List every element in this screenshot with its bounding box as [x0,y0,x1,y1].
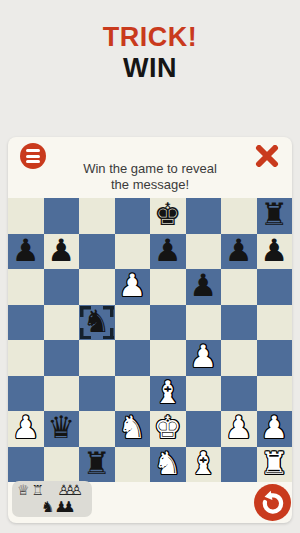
square-e6[interactable] [150,269,186,305]
square-f3[interactable] [186,376,222,412]
banner-subtitle: WIN [0,53,300,83]
square-c6[interactable] [79,269,115,305]
piece-black-pawn[interactable]: ♟ [12,235,40,266]
close-icon [255,145,279,167]
piece-white-rook[interactable]: ♜ [260,448,288,479]
square-g6[interactable] [221,269,257,305]
square-d8[interactable] [115,198,151,234]
square-e4[interactable] [150,340,186,376]
undo-icon [254,484,291,521]
square-g4[interactable] [221,340,257,376]
piece-white-pawn[interactable]: ♟ [189,341,217,372]
square-c3[interactable] [79,376,115,412]
captured-black-pawns-icon: ♟♟ [54,500,75,515]
square-c4[interactable] [79,340,115,376]
square-c1[interactable]: ♜ [79,447,115,483]
piece-white-knight[interactable]: ♞ [118,412,146,443]
square-e8[interactable]: ♚ [150,198,186,234]
captured-white-rook-icon: ♖ [32,483,45,498]
square-b5[interactable] [44,305,80,341]
undo-button[interactable] [254,484,291,521]
square-d3[interactable] [115,376,151,412]
square-f4[interactable]: ♟ [186,340,222,376]
square-a5[interactable] [8,305,44,341]
square-g8[interactable] [221,198,257,234]
square-g5[interactable] [221,305,257,341]
piece-white-pawn[interactable]: ♟ [260,412,288,443]
piece-black-pawn[interactable]: ♟ [225,235,253,266]
captured-white-pawns-icon: ♙♙♙ [57,483,83,498]
piece-white-king[interactable]: ♚ [154,412,182,443]
banner: TRICK! WIN [0,22,300,83]
piece-white-bishop[interactable]: ♝ [189,448,217,479]
square-a2[interactable]: ♟ [8,411,44,447]
square-a1[interactable] [8,447,44,483]
square-h4[interactable] [257,340,293,376]
puzzle-card: Win the game to reveal the message! ♚♜♟♟… [8,137,292,523]
square-e3[interactable]: ♝ [150,376,186,412]
square-d6[interactable]: ♟ [115,269,151,305]
square-d1[interactable] [115,447,151,483]
piece-white-pawn[interactable]: ♟ [12,412,40,443]
captured-black-row: ♞♟♟ [12,498,92,515]
square-g2[interactable]: ♟ [221,411,257,447]
piece-black-pawn[interactable]: ♟ [189,270,217,301]
square-h5[interactable] [257,305,293,341]
square-a4[interactable] [8,340,44,376]
square-e5[interactable] [150,305,186,341]
square-g3[interactable] [221,376,257,412]
square-h3[interactable] [257,376,293,412]
square-f2[interactable] [186,411,222,447]
piece-black-king[interactable]: ♚ [154,199,182,230]
piece-white-pawn[interactable]: ♟ [225,412,253,443]
captured-pieces-tray: ♕♖♙♙♙ ♞♟♟ [12,481,92,517]
square-d7[interactable] [115,234,151,270]
captured-white-queen-icon: ♕ [17,483,30,498]
square-c2[interactable] [79,411,115,447]
piece-black-pawn[interactable]: ♟ [154,235,182,266]
square-h1[interactable]: ♜ [257,447,293,483]
square-f5[interactable] [186,305,222,341]
square-e7[interactable]: ♟ [150,234,186,270]
square-d4[interactable] [115,340,151,376]
square-b6[interactable] [44,269,80,305]
banner-title: TRICK! [0,22,300,52]
square-f6[interactable]: ♟ [186,269,222,305]
square-c5[interactable]: ♞ [79,305,115,341]
close-button[interactable] [255,145,279,167]
square-a3[interactable] [8,376,44,412]
square-h2[interactable]: ♟ [257,411,293,447]
square-h6[interactable] [257,269,293,305]
square-b1[interactable] [44,447,80,483]
instruction-line2: the message! [8,177,292,193]
square-a6[interactable] [8,269,44,305]
square-b4[interactable] [44,340,80,376]
square-d2[interactable]: ♞ [115,411,151,447]
square-c7[interactable] [79,234,115,270]
square-a8[interactable] [8,198,44,234]
piece-black-knight[interactable]: ♞ [83,306,111,337]
square-b8[interactable] [44,198,80,234]
square-g1[interactable] [221,447,257,483]
instruction-text: Win the game to reveal the message! [8,161,292,192]
square-h7[interactable]: ♟ [257,234,293,270]
instruction-line1: Win the game to reveal [8,161,292,177]
square-d5[interactable] [115,305,151,341]
square-e1[interactable]: ♞ [150,447,186,483]
square-f7[interactable] [186,234,222,270]
square-c8[interactable] [79,198,115,234]
piece-black-queen[interactable]: ♛ [47,412,75,443]
square-b3[interactable] [44,376,80,412]
piece-white-bishop[interactable]: ♝ [154,377,182,408]
square-g7[interactable]: ♟ [221,234,257,270]
app-screen: TRICK! WIN Win the game to reveal the me… [0,0,300,533]
captured-white-row: ♕♖♙♙♙ [12,481,92,498]
square-b7[interactable]: ♟ [44,234,80,270]
piece-white-pawn[interactable]: ♟ [118,270,146,301]
piece-white-knight[interactable]: ♞ [154,448,182,479]
square-h8[interactable]: ♜ [257,198,293,234]
piece-black-pawn[interactable]: ♟ [260,235,288,266]
piece-black-rook[interactable]: ♜ [83,448,111,479]
piece-black-pawn[interactable]: ♟ [47,235,75,266]
piece-black-rook[interactable]: ♜ [260,199,288,230]
chess-board: ♚♜♟♟♟♟♟♟♟♞♟♝♟♛♞♚♟♟♜♞♝♜ [8,198,292,482]
square-f8[interactable] [186,198,222,234]
square-e2[interactable]: ♚ [150,411,186,447]
square-a7[interactable]: ♟ [8,234,44,270]
square-f1[interactable]: ♝ [186,447,222,483]
square-b2[interactable]: ♛ [44,411,80,447]
captured-black-knight-icon: ♞ [41,500,54,515]
